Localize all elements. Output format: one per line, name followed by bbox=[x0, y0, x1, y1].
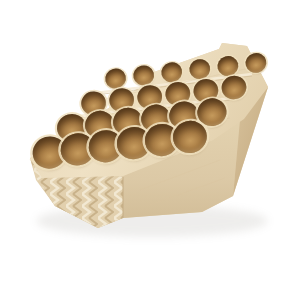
board-photo bbox=[0, 0, 300, 300]
